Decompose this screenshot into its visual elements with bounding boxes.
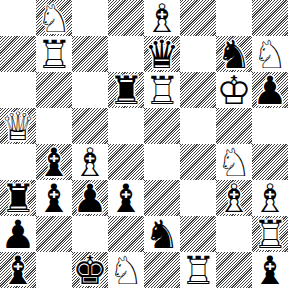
square-d4[interactable] [108,144,144,180]
piece-black-knight: ♞♞ [216,36,252,72]
square-a7[interactable] [0,36,36,72]
square-e7[interactable]: ♛♛ [144,36,180,72]
square-f3[interactable] [180,180,216,216]
square-c8[interactable] [72,0,108,36]
piece-white-knight: ♞♘ [252,36,288,72]
square-c6[interactable] [72,72,108,108]
square-a8[interactable] [0,0,36,36]
piece-black-pawn: ♟♟ [252,72,288,108]
piece-glyph: ♘ [216,144,252,180]
piece-black-bishop: ♝♝ [36,180,72,216]
square-h4[interactable] [252,144,288,180]
square-h5[interactable] [252,108,288,144]
square-b4[interactable]: ♝♝ [36,144,72,180]
square-h3[interactable]: ♝♗ [252,180,288,216]
square-g1[interactable] [216,252,252,288]
piece-black-king: ♚♚ [72,252,108,288]
piece-black-bishop: ♝♝ [108,180,144,216]
piece-white-bishop: ♝♗ [216,180,252,216]
square-f5[interactable] [180,108,216,144]
square-f4[interactable] [180,144,216,180]
square-c7[interactable] [72,36,108,72]
piece-black-bishop: ♝♝ [0,252,36,288]
piece-white-rook: ♜♖ [180,252,216,288]
square-b5[interactable] [36,108,72,144]
square-d1[interactable]: ♞♘ [108,252,144,288]
piece-glyph: ♟ [0,216,36,252]
square-b3[interactable]: ♝♝ [36,180,72,216]
piece-white-rook: ♜♖ [252,216,288,252]
piece-glyph: ♖ [36,36,72,72]
square-c4[interactable]: ♝♗ [72,144,108,180]
square-g2[interactable] [216,216,252,252]
square-d7[interactable] [108,36,144,72]
piece-white-bishop: ♝♗ [144,0,180,36]
square-f8[interactable] [180,0,216,36]
square-h7[interactable]: ♞♘ [252,36,288,72]
piece-black-rook: ♜♜ [108,72,144,108]
square-e4[interactable] [144,144,180,180]
square-c5[interactable] [72,108,108,144]
piece-white-rook: ♜♖ [144,72,180,108]
square-f2[interactable] [180,216,216,252]
square-b2[interactable] [36,216,72,252]
piece-black-queen: ♛♛ [144,36,180,72]
piece-glyph: ♛ [144,36,180,72]
square-g7[interactable]: ♞♞ [216,36,252,72]
piece-white-queen: ♛♕ [0,108,36,144]
piece-glyph: ♞ [144,216,180,252]
piece-black-bishop: ♝♝ [252,252,288,288]
square-e6[interactable]: ♜♖ [144,72,180,108]
square-d5[interactable] [108,108,144,144]
chess-board: ♞♘♝♗♜♖♛♛♞♞♞♘♜♜♜♖♚♔♟♟♛♕♝♝♝♗♞♘♜♜♝♝♟♟♝♝♝♗♝♗… [0,0,288,288]
square-g5[interactable] [216,108,252,144]
square-f7[interactable] [180,36,216,72]
piece-glyph: ♘ [252,36,288,72]
square-e5[interactable] [144,108,180,144]
square-a5[interactable]: ♛♕ [0,108,36,144]
square-e2[interactable]: ♞♞ [144,216,180,252]
square-d6[interactable]: ♜♜ [108,72,144,108]
square-b7[interactable]: ♜♖ [36,36,72,72]
piece-white-knight: ♞♘ [36,0,72,36]
piece-black-pawn: ♟♟ [0,216,36,252]
piece-glyph: ♜ [0,180,36,216]
piece-black-knight: ♞♞ [144,216,180,252]
piece-glyph: ♘ [108,252,144,288]
square-h2[interactable]: ♜♖ [252,216,288,252]
square-f1[interactable]: ♜♖ [180,252,216,288]
piece-glyph: ♟ [72,180,108,216]
square-a1[interactable]: ♝♝ [0,252,36,288]
piece-glyph: ♝ [252,252,288,288]
square-f6[interactable] [180,72,216,108]
square-e3[interactable] [144,180,180,216]
piece-glyph: ♗ [72,144,108,180]
square-g4[interactable]: ♞♘ [216,144,252,180]
piece-white-knight: ♞♘ [216,144,252,180]
piece-glyph: ♕ [0,108,36,144]
piece-white-bishop: ♝♗ [72,144,108,180]
piece-black-bishop: ♝♝ [36,144,72,180]
piece-glyph: ♝ [36,180,72,216]
piece-glyph: ♗ [252,180,288,216]
piece-glyph: ♟ [252,72,288,108]
piece-glyph: ♝ [36,144,72,180]
piece-white-rook: ♜♖ [36,36,72,72]
square-a2[interactable]: ♟♟ [0,216,36,252]
square-a3[interactable]: ♜♜ [0,180,36,216]
piece-white-bishop: ♝♗ [252,180,288,216]
piece-white-king: ♚♔ [216,72,252,108]
piece-glyph: ♞ [216,36,252,72]
piece-glyph: ♔ [216,72,252,108]
piece-glyph: ♝ [108,180,144,216]
piece-glyph: ♖ [180,252,216,288]
square-d3[interactable]: ♝♝ [108,180,144,216]
piece-glyph: ♗ [216,180,252,216]
piece-glyph: ♖ [144,72,180,108]
square-a4[interactable] [0,144,36,180]
piece-glyph: ♜ [108,72,144,108]
square-d8[interactable] [108,0,144,36]
square-h1[interactable]: ♝♝ [252,252,288,288]
square-b6[interactable] [36,72,72,108]
square-a6[interactable] [0,72,36,108]
piece-white-knight: ♞♘ [108,252,144,288]
square-g8[interactable] [216,0,252,36]
square-g3[interactable]: ♝♗ [216,180,252,216]
square-e1[interactable] [144,252,180,288]
square-h6[interactable]: ♟♟ [252,72,288,108]
square-d2[interactable] [108,216,144,252]
square-c1[interactable]: ♚♚ [72,252,108,288]
piece-glyph: ♖ [252,216,288,252]
piece-glyph: ♚ [72,252,108,288]
square-c3[interactable]: ♟♟ [72,180,108,216]
square-b1[interactable] [36,252,72,288]
square-e8[interactable]: ♝♗ [144,0,180,36]
square-g6[interactable]: ♚♔ [216,72,252,108]
square-c2[interactable] [72,216,108,252]
square-h8[interactable] [252,0,288,36]
piece-black-rook: ♜♜ [0,180,36,216]
piece-glyph: ♝ [0,252,36,288]
piece-glyph: ♘ [36,0,72,36]
piece-black-pawn: ♟♟ [72,180,108,216]
square-b8[interactable]: ♞♘ [36,0,72,36]
piece-glyph: ♗ [144,0,180,36]
